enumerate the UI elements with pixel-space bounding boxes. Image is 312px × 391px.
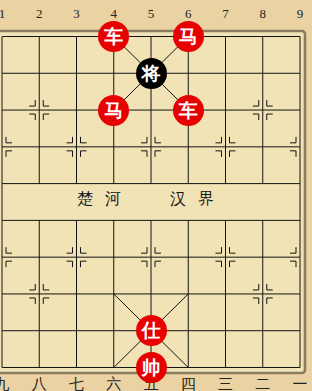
file-label-bottom-7: 三 <box>218 377 233 391</box>
piece-red-general[interactable]: 帅 <box>136 352 167 383</box>
file-label-bottom-2: 八 <box>32 377 47 391</box>
piece-red-chariot[interactable]: 车 <box>173 95 204 126</box>
file-label-bottom-4: 六 <box>106 377 121 391</box>
file-label-top-7: 7 <box>222 7 229 20</box>
piece-red-horse[interactable]: 马 <box>173 21 204 52</box>
file-label-top-5: 5 <box>148 7 155 20</box>
file-label-bottom-3: 七 <box>69 377 84 391</box>
file-label-top-9: 9 <box>297 7 304 20</box>
piece-red-advisor[interactable]: 仕 <box>136 315 167 346</box>
piece-red-horse[interactable]: 马 <box>98 95 129 126</box>
river-text-chu-he: 楚河 <box>77 191 133 207</box>
piece-black-general[interactable]: 将 <box>136 58 167 89</box>
file-label-top-6: 6 <box>185 7 192 20</box>
river-text-han-jie: 汉界 <box>170 191 226 207</box>
file-label-top-3: 3 <box>73 7 80 20</box>
file-label-bottom-1: 九 <box>0 377 10 391</box>
file-label-top-1: 1 <box>0 7 5 20</box>
file-label-bottom-6: 四 <box>181 377 196 391</box>
file-label-bottom-9: 一 <box>293 377 308 391</box>
file-label-top-4: 4 <box>111 7 118 20</box>
file-label-top-2: 2 <box>36 7 43 20</box>
file-label-top-8: 8 <box>260 7 267 20</box>
file-label-bottom-8: 二 <box>255 377 270 391</box>
